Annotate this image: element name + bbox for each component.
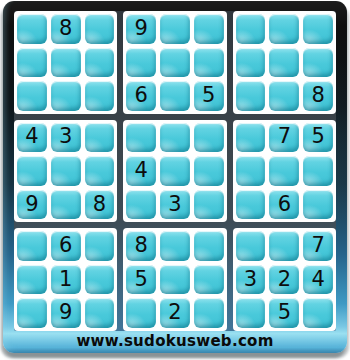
cell-r1c2[interactable]: 8	[51, 14, 81, 44]
cell-r3c3[interactable]	[85, 81, 115, 111]
cell-r7c3[interactable]	[85, 231, 115, 261]
cell-r2c1[interactable]	[17, 48, 47, 78]
page: 8965843984375661985273245 www.sudokusweb…	[0, 0, 350, 360]
cell-r3c7[interactable]	[236, 81, 266, 111]
cell-r1c5[interactable]	[160, 14, 190, 44]
cell-r2c7[interactable]	[236, 48, 266, 78]
cell-r9c1[interactable]	[17, 298, 47, 328]
cell-r6c5[interactable]: 3	[160, 190, 190, 220]
cell-r2c8[interactable]	[269, 48, 299, 78]
cell-r5c9[interactable]	[303, 156, 333, 186]
box-r1c1: 8	[14, 11, 117, 114]
cell-r7c8[interactable]	[269, 231, 299, 261]
box-r2c2: 43	[123, 120, 226, 223]
cell-r9c7[interactable]	[236, 298, 266, 328]
cell-r9c8[interactable]: 5	[269, 298, 299, 328]
cell-r8c1[interactable]	[17, 265, 47, 295]
cell-r4c7[interactable]	[236, 123, 266, 153]
cell-r7c6[interactable]	[194, 231, 224, 261]
cell-r9c3[interactable]	[85, 298, 115, 328]
box-r3c2: 852	[123, 228, 226, 331]
cell-r7c9[interactable]: 7	[303, 231, 333, 261]
cell-r3c1[interactable]	[17, 81, 47, 111]
cell-r6c3[interactable]: 8	[85, 190, 115, 220]
cell-r9c2[interactable]: 9	[51, 298, 81, 328]
cell-r9c4[interactable]	[126, 298, 156, 328]
cell-r7c7[interactable]	[236, 231, 266, 261]
cell-r6c1[interactable]: 9	[17, 190, 47, 220]
cell-r7c2[interactable]: 6	[51, 231, 81, 261]
cell-r8c2[interactable]: 1	[51, 265, 81, 295]
cell-r4c6[interactable]	[194, 123, 224, 153]
cell-r8c5[interactable]	[160, 265, 190, 295]
cell-r3c5[interactable]	[160, 81, 190, 111]
cell-r5c8[interactable]	[269, 156, 299, 186]
cell-r4c1[interactable]: 4	[17, 123, 47, 153]
cell-r6c4[interactable]	[126, 190, 156, 220]
cell-r5c5[interactable]	[160, 156, 190, 186]
cell-r8c4[interactable]: 5	[126, 265, 156, 295]
cell-r9c9[interactable]	[303, 298, 333, 328]
cell-r4c5[interactable]	[160, 123, 190, 153]
cell-r5c6[interactable]	[194, 156, 224, 186]
cell-r5c3[interactable]	[85, 156, 115, 186]
cell-r7c5[interactable]	[160, 231, 190, 261]
cell-r8c9[interactable]: 4	[303, 265, 333, 295]
cell-r7c4[interactable]: 8	[126, 231, 156, 261]
cell-r2c2[interactable]	[51, 48, 81, 78]
cell-r4c4[interactable]	[126, 123, 156, 153]
box-r1c3: 8	[233, 11, 336, 114]
box-r3c3: 73245	[233, 228, 336, 331]
cell-r8c7[interactable]: 3	[236, 265, 266, 295]
box-r2c3: 756	[233, 120, 336, 223]
cell-r4c3[interactable]	[85, 123, 115, 153]
box-r3c1: 619	[14, 228, 117, 331]
cell-r1c8[interactable]	[269, 14, 299, 44]
cell-r2c5[interactable]	[160, 48, 190, 78]
cell-r3c9[interactable]: 8	[303, 81, 333, 111]
cell-r6c6[interactable]	[194, 190, 224, 220]
cell-r2c9[interactable]	[303, 48, 333, 78]
cell-r3c8[interactable]	[269, 81, 299, 111]
sudoku-grid: 8965843984375661985273245	[14, 11, 336, 331]
footer-bar: www.sudokusweb.com	[3, 331, 347, 351]
cell-r1c9[interactable]	[303, 14, 333, 44]
cell-r5c1[interactable]	[17, 156, 47, 186]
cell-r2c3[interactable]	[85, 48, 115, 78]
sudoku-board: 8965843984375661985273245 www.sudokusweb…	[3, 1, 347, 353]
cell-r1c1[interactable]	[17, 14, 47, 44]
cell-r6c8[interactable]: 6	[269, 190, 299, 220]
cell-r5c4[interactable]: 4	[126, 156, 156, 186]
cell-r5c7[interactable]	[236, 156, 266, 186]
cell-r8c6[interactable]	[194, 265, 224, 295]
cell-r3c2[interactable]	[51, 81, 81, 111]
box-r1c2: 965	[123, 11, 226, 114]
cell-r1c4[interactable]: 9	[126, 14, 156, 44]
cell-r8c8[interactable]: 2	[269, 265, 299, 295]
cell-r3c6[interactable]: 5	[194, 81, 224, 111]
cell-r9c6[interactable]	[194, 298, 224, 328]
cell-r6c9[interactable]	[303, 190, 333, 220]
cell-r3c4[interactable]: 6	[126, 81, 156, 111]
cell-r9c5[interactable]: 2	[160, 298, 190, 328]
cell-r4c8[interactable]: 7	[269, 123, 299, 153]
cell-r6c7[interactable]	[236, 190, 266, 220]
cell-r1c7[interactable]	[236, 14, 266, 44]
cell-r4c2[interactable]: 3	[51, 123, 81, 153]
cell-r2c6[interactable]	[194, 48, 224, 78]
cell-r8c3[interactable]	[85, 265, 115, 295]
box-r2c1: 4398	[14, 120, 117, 223]
cell-r5c2[interactable]	[51, 156, 81, 186]
cell-r1c6[interactable]	[194, 14, 224, 44]
cell-r4c9[interactable]: 5	[303, 123, 333, 153]
website-url: www.sudokusweb.com	[76, 332, 273, 350]
cell-r6c2[interactable]	[51, 190, 81, 220]
cell-r1c3[interactable]	[85, 14, 115, 44]
cell-r2c4[interactable]	[126, 48, 156, 78]
cell-r7c1[interactable]	[17, 231, 47, 261]
